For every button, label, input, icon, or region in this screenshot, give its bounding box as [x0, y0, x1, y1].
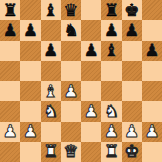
square-d3[interactable]: [61, 101, 81, 121]
white-pawn[interactable]: ♟: [84, 102, 99, 119]
square-a8[interactable]: ♜: [0, 0, 20, 20]
square-h3[interactable]: [142, 101, 162, 121]
square-e1[interactable]: [81, 142, 101, 162]
black-pawn[interactable]: ♟: [84, 42, 99, 59]
white-pawn[interactable]: ♟: [124, 123, 139, 140]
square-c5[interactable]: [41, 61, 61, 81]
square-a7[interactable]: ♟: [0, 20, 20, 40]
square-d8[interactable]: ♛: [61, 0, 81, 20]
chess-board: ♜♝♛♜♚♟♟♞♟♟♟♟♝♟♝♟♞♟♞♟♟♟♟♟♜♛♜♚: [0, 0, 162, 162]
square-h6[interactable]: ♟: [142, 41, 162, 61]
white-bishop[interactable]: ♝: [43, 82, 58, 99]
white-rook[interactable]: ♜: [43, 143, 58, 160]
square-c1[interactable]: ♜: [41, 142, 61, 162]
black-king[interactable]: ♚: [124, 1, 139, 18]
square-f7[interactable]: ♟: [101, 20, 121, 40]
white-pawn[interactable]: ♟: [144, 123, 159, 140]
square-a2[interactable]: ♟: [0, 122, 20, 142]
square-c4[interactable]: ♝: [41, 81, 61, 101]
square-f8[interactable]: ♜: [101, 0, 121, 20]
square-f2[interactable]: ♟: [101, 122, 121, 142]
square-a3[interactable]: [0, 101, 20, 121]
white-rook[interactable]: ♜: [104, 143, 119, 160]
square-d1[interactable]: ♛: [61, 142, 81, 162]
square-g5[interactable]: [122, 61, 142, 81]
black-pawn[interactable]: ♟: [124, 21, 139, 38]
black-pawn[interactable]: ♟: [23, 21, 38, 38]
square-b2[interactable]: ♟: [20, 122, 40, 142]
white-pawn[interactable]: ♟: [63, 82, 78, 99]
square-b3[interactable]: [20, 101, 40, 121]
square-e5[interactable]: [81, 61, 101, 81]
black-rook[interactable]: ♜: [104, 1, 119, 18]
square-c7[interactable]: [41, 20, 61, 40]
square-c6[interactable]: ♟: [41, 41, 61, 61]
square-h7[interactable]: [142, 20, 162, 40]
white-king[interactable]: ♚: [124, 143, 139, 160]
white-pawn[interactable]: ♟: [104, 123, 119, 140]
square-f3[interactable]: ♞: [101, 101, 121, 121]
square-g2[interactable]: ♟: [122, 122, 142, 142]
square-g1[interactable]: ♚: [122, 142, 142, 162]
square-g8[interactable]: ♚: [122, 0, 142, 20]
square-b5[interactable]: [20, 61, 40, 81]
black-pawn[interactable]: ♟: [104, 21, 119, 38]
white-knight[interactable]: ♞: [43, 102, 58, 119]
square-d6[interactable]: [61, 41, 81, 61]
square-h8[interactable]: [142, 0, 162, 20]
square-e4[interactable]: [81, 81, 101, 101]
square-g6[interactable]: [122, 41, 142, 61]
square-e7[interactable]: [81, 20, 101, 40]
white-knight[interactable]: ♞: [104, 102, 119, 119]
square-h1[interactable]: [142, 142, 162, 162]
square-b6[interactable]: [20, 41, 40, 61]
square-d7[interactable]: ♞: [61, 20, 81, 40]
square-b1[interactable]: [20, 142, 40, 162]
square-e3[interactable]: ♟: [81, 101, 101, 121]
square-b8[interactable]: [20, 0, 40, 20]
square-e2[interactable]: [81, 122, 101, 142]
black-bishop[interactable]: ♝: [104, 42, 119, 59]
square-a4[interactable]: [0, 81, 20, 101]
black-pawn[interactable]: ♟: [3, 21, 18, 38]
square-f1[interactable]: ♜: [101, 142, 121, 162]
white-pawn[interactable]: ♟: [3, 123, 18, 140]
square-b4[interactable]: [20, 81, 40, 101]
square-a1[interactable]: [0, 142, 20, 162]
square-e8[interactable]: [81, 0, 101, 20]
white-queen[interactable]: ♛: [63, 143, 78, 160]
black-pawn[interactable]: ♟: [144, 42, 159, 59]
black-queen[interactable]: ♛: [63, 1, 78, 18]
square-g4[interactable]: [122, 81, 142, 101]
square-c3[interactable]: ♞: [41, 101, 61, 121]
square-c8[interactable]: ♝: [41, 0, 61, 20]
black-rook[interactable]: ♜: [3, 1, 18, 18]
square-h5[interactable]: [142, 61, 162, 81]
square-b7[interactable]: ♟: [20, 20, 40, 40]
square-d4[interactable]: ♟: [61, 81, 81, 101]
black-knight[interactable]: ♞: [63, 21, 78, 38]
black-bishop[interactable]: ♝: [43, 1, 58, 18]
black-pawn[interactable]: ♟: [43, 42, 58, 59]
square-f5[interactable]: [101, 61, 121, 81]
chess-board-container: ♜♝♛♜♚♟♟♞♟♟♟♟♝♟♝♟♞♟♞♟♟♟♟♟♜♛♜♚: [0, 0, 162, 162]
square-f6[interactable]: ♝: [101, 41, 121, 61]
square-h2[interactable]: ♟: [142, 122, 162, 142]
white-pawn[interactable]: ♟: [23, 123, 38, 140]
square-a6[interactable]: [0, 41, 20, 61]
square-g7[interactable]: ♟: [122, 20, 142, 40]
square-g3[interactable]: [122, 101, 142, 121]
square-f4[interactable]: [101, 81, 121, 101]
square-c2[interactable]: [41, 122, 61, 142]
square-a5[interactable]: [0, 61, 20, 81]
square-d2[interactable]: [61, 122, 81, 142]
square-d5[interactable]: [61, 61, 81, 81]
square-h4[interactable]: [142, 81, 162, 101]
square-e6[interactable]: ♟: [81, 41, 101, 61]
